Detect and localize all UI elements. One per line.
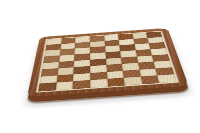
- board-square-a1: [38, 83, 56, 92]
- photo-background: [0, 0, 200, 133]
- board-square-e1: [107, 78, 125, 87]
- board-square-g1: [141, 76, 160, 85]
- board-square-h1: [158, 74, 177, 83]
- playing-field: [38, 32, 177, 92]
- board-square-f1: [124, 77, 142, 86]
- board-square-b1: [55, 81, 73, 90]
- inlay-border: [36, 31, 180, 93]
- board-frame: [27, 28, 188, 97]
- board-square-d1: [90, 79, 107, 88]
- board-square-c1: [73, 80, 90, 89]
- chess-board: [27, 28, 188, 97]
